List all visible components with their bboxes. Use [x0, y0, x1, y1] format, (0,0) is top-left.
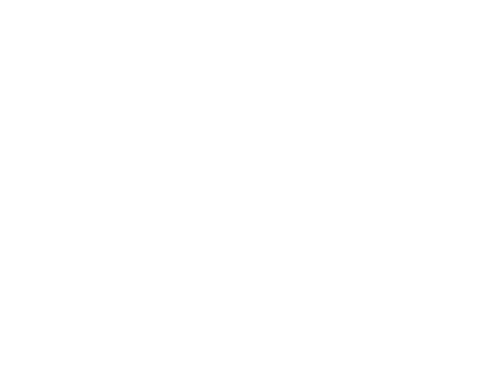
product-photo-scene [0, 0, 500, 365]
pieces-layer [0, 0, 500, 365]
